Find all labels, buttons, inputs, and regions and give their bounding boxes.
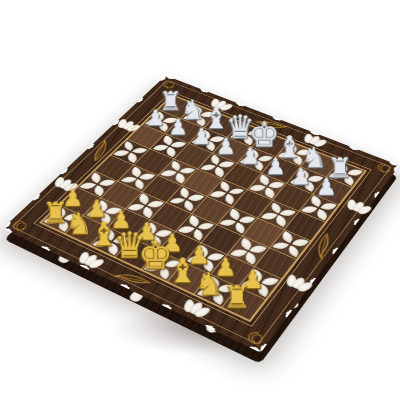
piece-silver-pawn[interactable]: ♟	[177, 126, 226, 148]
mother-of-pearl-flower-petal	[335, 163, 351, 174]
mother-of-pearl-flower-petal	[279, 231, 296, 243]
mother-of-pearl-flower-petal	[198, 130, 213, 140]
mother-of-pearl-flower-petal	[228, 186, 244, 197]
border-petal	[83, 253, 100, 267]
mother-of-pearl-flower-petal	[258, 153, 274, 163]
mother-of-pearl-flower-petal	[88, 173, 104, 184]
mother-of-pearl-flower-petal	[241, 135, 256, 145]
piece-silver-pawn[interactable]: ♟	[301, 176, 352, 199]
mother-of-pearl-border-inlay	[344, 197, 373, 216]
border-petal	[287, 275, 297, 288]
mother-of-pearl-flower-petal	[268, 180, 284, 191]
mother-of-pearl-flower-petal	[273, 215, 290, 227]
mother-of-pearl-flower-petal	[200, 110, 215, 120]
mother-of-pearl-flower-petal	[190, 106, 205, 115]
mother-of-pearl-flower-petal	[212, 167, 228, 178]
piece-silver-pawn[interactable]: ♟	[201, 136, 250, 158]
mother-of-pearl-flower-petal	[132, 179, 148, 190]
square-c8[interactable]: ♝	[204, 114, 240, 137]
border-petal	[351, 201, 366, 213]
piece-silver-knight[interactable]: ♞	[289, 144, 339, 172]
gold-leaf-inlay-icon	[253, 114, 290, 134]
square-e7[interactable]: ♟	[238, 148, 275, 173]
mother-of-pearl-flower-petal	[163, 115, 178, 125]
gold-leaf-inlay-icon	[83, 138, 117, 163]
mother-of-pearl-flower-petal	[172, 173, 188, 184]
mother-of-pearl-border-inlay	[208, 97, 235, 113]
border-petal	[356, 204, 374, 215]
mother-of-pearl-flower-petal	[230, 131, 245, 141]
mother-of-pearl-flower-petal	[207, 155, 223, 165]
mother-of-pearl-flower-petal	[136, 194, 153, 205]
mother-of-pearl-flower-petal	[191, 137, 207, 147]
mother-of-pearl-border-inlay	[115, 118, 142, 134]
square-a8[interactable]: ♜	[158, 96, 194, 118]
square-c5[interactable]	[159, 159, 197, 185]
mother-of-pearl-flower-petal	[120, 174, 136, 185]
mother-of-pearl-border-inlay	[302, 132, 330, 149]
mother-of-pearl-flower-petal	[219, 159, 235, 170]
square-e8[interactable]: ♚	[252, 132, 289, 156]
border-petal	[79, 252, 91, 264]
mother-of-pearl-flower-petal	[285, 143, 300, 153]
mother-of-pearl-flower-petal	[183, 113, 198, 123]
mother-of-pearl-flower-petal	[156, 122, 171, 132]
square-f7[interactable]: ♟	[262, 157, 300, 183]
square-c6[interactable]	[174, 144, 212, 169]
square-d6[interactable]	[198, 153, 236, 178]
mother-of-pearl-flower-petal	[290, 155, 306, 166]
mother-of-pearl-flower-petal	[257, 175, 273, 186]
mother-of-pearl-flower-petal	[247, 128, 262, 138]
mother-of-pearl-flower-petal	[128, 167, 144, 178]
mother-of-pearl-flower-petal	[217, 181, 233, 192]
mother-of-pearl-flower-petal	[236, 124, 251, 134]
border-petal	[347, 199, 356, 210]
square-b7[interactable]: ♟	[166, 119, 203, 143]
square-h1[interactable]: ♜	[222, 287, 265, 320]
piece-silver-king[interactable]: ♚	[240, 118, 289, 152]
mother-of-pearl-flower-petal	[164, 147, 180, 157]
mother-of-pearl-flower-petal	[179, 165, 195, 176]
gold-swirl-inlay-icon	[160, 79, 177, 90]
mother-of-pearl-flower-petal	[202, 141, 218, 151]
square-d7[interactable]: ♟	[213, 138, 250, 163]
square-e6[interactable]	[223, 163, 261, 189]
mother-of-pearl-flower-petal	[132, 145, 148, 155]
piece-silver-bishop[interactable]: ♝	[193, 104, 241, 133]
mother-of-pearl-flower-petal	[285, 245, 302, 257]
mother-of-pearl-flower-petal	[296, 147, 311, 157]
mother-of-pearl-flower-petal	[278, 150, 294, 160]
chess-set-photo: ♜♞♝♛♚♝♞♜♟♟♟♟♟♟♟♟♟♟♟♟♟♟♟♟♜♞♝♛♚♝♞♜	[0, 0, 400, 400]
square-b8[interactable]: ♞	[181, 105, 217, 128]
chess-board[interactable]: ♜♞♝♛♚♝♞♜♟♟♟♟♟♟♟♟♟♟♟♟♟♟♟♟♜♞♝♛♚♝♞♜	[3, 75, 400, 352]
piece-silver-queen[interactable]: ♛	[216, 110, 264, 142]
mother-of-pearl-flower-petal	[262, 187, 278, 198]
mother-of-pearl-flower-petal	[239, 156, 255, 167]
mother-of-pearl-flower-petal	[145, 118, 160, 128]
square-b5[interactable]	[135, 149, 173, 174]
mother-of-pearl-flower-petal	[171, 140, 187, 150]
piece-silver-knight[interactable]: ♞	[169, 96, 216, 123]
mother-of-pearl-flower-petal	[160, 135, 176, 145]
mother-of-pearl-flower-petal	[168, 161, 184, 172]
board-scene: ♜♞♝♛♚♝♞♜♟♟♟♟♟♟♟♟♟♟♟♟♟♟♟♟♜♞♝♛♚♝♞♜	[0, 0, 400, 400]
mother-of-pearl-flower-petal	[200, 162, 216, 173]
mother-of-pearl-flower-petal	[209, 134, 224, 144]
mother-of-pearl-flower-petal	[114, 148, 130, 158]
border-petal	[183, 299, 195, 312]
square-b4[interactable]	[119, 165, 158, 191]
mother-of-pearl-flower-petal	[250, 182, 266, 193]
border-petal	[187, 301, 204, 316]
piece-silver-rook[interactable]: ♜	[147, 88, 194, 114]
gold-swirl-inlay-icon	[375, 162, 393, 175]
piece-gold-rook[interactable]: ♜	[208, 282, 265, 313]
mother-of-pearl-flower-petal	[194, 117, 209, 127]
square-f6[interactable]	[248, 173, 286, 199]
square-a4[interactable]	[95, 155, 134, 180]
square-c7[interactable]: ♟	[190, 128, 227, 152]
square-a5[interactable]	[112, 140, 150, 165]
mother-of-pearl-flower-petal	[268, 202, 284, 214]
mother-of-pearl-flower-petal	[251, 161, 267, 172]
piece-silver-pawn[interactable]: ♟	[225, 145, 275, 167]
mother-of-pearl-flower-petal	[153, 142, 169, 152]
mother-of-pearl-flower-petal	[124, 153, 140, 163]
mother-of-pearl-flower-petal	[181, 200, 198, 211]
square-a7[interactable]: ♟	[143, 110, 180, 133]
square-b6[interactable]	[151, 134, 188, 158]
square-d8[interactable]: ♛	[228, 123, 265, 147]
mother-of-pearl-flower-petal	[139, 171, 155, 182]
mother-of-pearl-flower-petal	[210, 189, 226, 200]
square-f8[interactable]: ♝	[276, 142, 313, 167]
gold-swirl-inlay-icon	[10, 219, 30, 233]
mother-of-pearl-flower-petal	[232, 222, 249, 234]
border-petal	[291, 276, 307, 290]
mother-of-pearl-flower-petal	[152, 111, 167, 121]
mother-of-pearl-flower-petal	[161, 168, 177, 179]
square-d5[interactable]	[183, 169, 222, 195]
mother-of-pearl-flower-petal	[99, 177, 115, 188]
playing-field: ♜♞♝♛♚♝♞♜♟♟♟♟♟♟♟♟♟♟♟♟♟♟♟♟♜♞♝♛♚♝♞♜	[39, 94, 367, 322]
mother-of-pearl-flower-petal	[246, 149, 262, 159]
piece-silver-pawn[interactable]: ♟	[250, 155, 300, 178]
piece-silver-pawn[interactable]: ♟	[154, 117, 202, 139]
mother-of-pearl-flower-petal	[121, 141, 137, 151]
gold-swirl-inlay-icon	[245, 329, 267, 346]
